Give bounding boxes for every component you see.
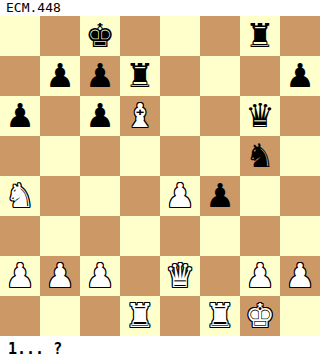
square-a4[interactable]: ♞ (0, 176, 40, 216)
square-d7[interactable]: ♜ (120, 56, 160, 96)
square-b6[interactable] (40, 96, 80, 136)
piece-white-pawn: ♟ (165, 176, 195, 216)
square-e3[interactable] (160, 216, 200, 256)
piece-black-pawn: ♟ (285, 56, 315, 96)
square-d5[interactable] (120, 136, 160, 176)
square-a7[interactable] (0, 56, 40, 96)
square-g2[interactable]: ♟ (240, 256, 280, 296)
piece-black-pawn: ♟ (45, 56, 75, 96)
square-c2[interactable]: ♟ (80, 256, 120, 296)
square-e4[interactable]: ♟ (160, 176, 200, 216)
piece-white-pawn: ♟ (245, 256, 275, 296)
piece-black-rook: ♜ (125, 56, 155, 96)
piece-white-king: ♚ (245, 296, 275, 336)
square-h7[interactable]: ♟ (280, 56, 320, 96)
square-b5[interactable] (40, 136, 80, 176)
square-h8[interactable] (280, 16, 320, 56)
square-f8[interactable] (200, 16, 240, 56)
square-c4[interactable] (80, 176, 120, 216)
square-e5[interactable] (160, 136, 200, 176)
square-g6[interactable]: ♛ (240, 96, 280, 136)
square-f4[interactable]: ♟ (200, 176, 240, 216)
square-g8[interactable]: ♜ (240, 16, 280, 56)
piece-white-rook: ♜ (125, 296, 155, 336)
square-d1[interactable]: ♜ (120, 296, 160, 336)
square-b7[interactable]: ♟ (40, 56, 80, 96)
move-prompt: 1... ? (0, 336, 320, 360)
square-d8[interactable] (120, 16, 160, 56)
square-h3[interactable] (280, 216, 320, 256)
diagram-title: ECM.448 (0, 0, 320, 16)
piece-white-pawn: ♟ (285, 256, 315, 296)
square-b8[interactable] (40, 16, 80, 56)
square-g1[interactable]: ♚ (240, 296, 280, 336)
piece-black-pawn: ♟ (205, 176, 235, 216)
square-f3[interactable] (200, 216, 240, 256)
square-e7[interactable] (160, 56, 200, 96)
square-a6[interactable]: ♟ (0, 96, 40, 136)
square-f2[interactable] (200, 256, 240, 296)
piece-white-knight: ♞ (5, 176, 35, 216)
square-b3[interactable] (40, 216, 80, 256)
piece-black-rook: ♜ (245, 16, 275, 56)
square-f6[interactable] (200, 96, 240, 136)
piece-black-pawn: ♟ (85, 96, 115, 136)
square-d3[interactable] (120, 216, 160, 256)
square-b4[interactable] (40, 176, 80, 216)
square-b1[interactable] (40, 296, 80, 336)
square-a5[interactable] (0, 136, 40, 176)
square-e8[interactable] (160, 16, 200, 56)
piece-white-pawn: ♟ (5, 256, 35, 296)
square-c3[interactable] (80, 216, 120, 256)
square-h4[interactable] (280, 176, 320, 216)
square-d6[interactable]: ♝ (120, 96, 160, 136)
chess-diagram-window: ECM.448 ♚♜♟♟♜♟♟♟♝♛♞♞♟♟♟♟♟♛♟♟♜♜♚ 1... ? (0, 0, 320, 360)
square-a3[interactable] (0, 216, 40, 256)
square-c5[interactable] (80, 136, 120, 176)
square-f1[interactable]: ♜ (200, 296, 240, 336)
square-a8[interactable] (0, 16, 40, 56)
square-f7[interactable] (200, 56, 240, 96)
square-c8[interactable]: ♚ (80, 16, 120, 56)
square-f5[interactable] (200, 136, 240, 176)
piece-black-knight: ♞ (245, 136, 275, 176)
piece-black-queen: ♛ (245, 96, 275, 136)
square-c7[interactable]: ♟ (80, 56, 120, 96)
square-c1[interactable] (80, 296, 120, 336)
piece-white-rook: ♜ (205, 296, 235, 336)
square-c6[interactable]: ♟ (80, 96, 120, 136)
square-e6[interactable] (160, 96, 200, 136)
square-h1[interactable] (280, 296, 320, 336)
piece-white-queen: ♛ (165, 256, 195, 296)
square-b2[interactable]: ♟ (40, 256, 80, 296)
square-e1[interactable] (160, 296, 200, 336)
square-g4[interactable] (240, 176, 280, 216)
square-g5[interactable]: ♞ (240, 136, 280, 176)
square-d4[interactable] (120, 176, 160, 216)
square-g3[interactable] (240, 216, 280, 256)
square-e2[interactable]: ♛ (160, 256, 200, 296)
square-h5[interactable] (280, 136, 320, 176)
piece-white-pawn: ♟ (85, 256, 115, 296)
square-h6[interactable] (280, 96, 320, 136)
piece-black-pawn: ♟ (85, 56, 115, 96)
piece-black-king: ♚ (85, 16, 115, 56)
piece-white-pawn: ♟ (45, 256, 75, 296)
square-a1[interactable] (0, 296, 40, 336)
square-g7[interactable] (240, 56, 280, 96)
piece-black-pawn: ♟ (5, 96, 35, 136)
square-a2[interactable]: ♟ (0, 256, 40, 296)
square-d2[interactable] (120, 256, 160, 296)
chess-board: ♚♜♟♟♜♟♟♟♝♛♞♞♟♟♟♟♟♛♟♟♜♜♚ (0, 16, 320, 336)
piece-white-bishop: ♝ (125, 96, 155, 136)
square-h2[interactable]: ♟ (280, 256, 320, 296)
